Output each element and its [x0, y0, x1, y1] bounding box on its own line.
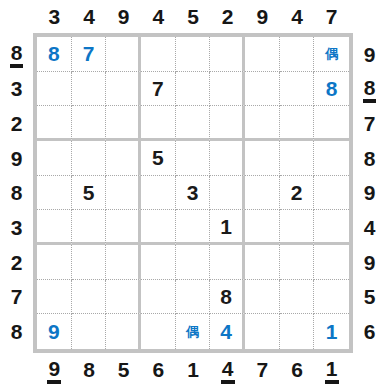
corner-top-left [0, 0, 33, 33]
cell-r1c6[interactable] [210, 37, 245, 72]
cell-r2c9[interactable]: 8 [314, 72, 349, 107]
cell-r5c1[interactable] [37, 176, 72, 211]
sudoku-board: 87偶785532189偶41 [33, 33, 353, 353]
cell-r8c5[interactable] [176, 280, 211, 315]
cell-r7c5[interactable] [176, 245, 211, 280]
cell-r4c4[interactable]: 5 [141, 141, 176, 176]
cell-r6c6[interactable]: 1 [210, 210, 245, 245]
clue-value: 5 [187, 6, 199, 27]
cell-r6c9[interactable] [314, 210, 349, 245]
clue-left-4: 9 [0, 141, 33, 176]
cell-r2c6[interactable] [210, 72, 245, 107]
cell-r9c4[interactable] [141, 314, 176, 349]
cell-r9c9[interactable]: 1 [314, 314, 349, 349]
cell-r3c1[interactable] [37, 106, 72, 141]
clue-value: 2 [11, 113, 23, 134]
corner-bottom-left [0, 353, 33, 386]
cell-r9c8[interactable] [280, 314, 315, 349]
clue-top-3: 9 [106, 0, 141, 33]
clue-left-1: 8 [0, 37, 33, 72]
cell-r8c2[interactable] [72, 280, 107, 315]
cell-r6c1[interactable] [37, 210, 72, 245]
cell-r4c7[interactable] [245, 141, 280, 176]
cell-r9c7[interactable] [245, 314, 280, 349]
clue-right-1: 9 [353, 37, 386, 72]
clue-bottom-9: 1 [314, 353, 349, 386]
clue-bottom-1: 9 [37, 353, 72, 386]
cell-r8c7[interactable] [245, 280, 280, 315]
clue-right-3: 7 [353, 106, 386, 141]
cell-r9c2[interactable] [72, 314, 107, 349]
cell-r1c3[interactable] [106, 37, 141, 72]
clue-value: 9 [364, 252, 376, 273]
cell-r3c2[interactable] [72, 106, 107, 141]
clue-bottom-3: 5 [106, 353, 141, 386]
cell-r1c8[interactable] [280, 37, 315, 72]
clue-top-9: 7 [314, 0, 349, 33]
cell-r3c7[interactable] [245, 106, 280, 141]
clue-value: 7 [364, 113, 376, 134]
clue-value: 6 [152, 359, 164, 380]
clue-value: 8 [363, 77, 377, 101]
clue-value: 4 [152, 6, 164, 27]
clue-bottom-4: 6 [141, 353, 176, 386]
clue-top-8: 4 [280, 0, 315, 33]
cell-r9c3[interactable] [106, 314, 141, 349]
clue-value: 4 [83, 6, 95, 27]
cell-r5c3[interactable] [106, 176, 141, 211]
clue-value: 6 [291, 359, 303, 380]
clue-value: 9 [256, 6, 268, 27]
cell-r3c3[interactable] [106, 106, 141, 141]
cell-r7c7[interactable] [245, 245, 280, 280]
sudoku-puzzle: 349452947 832983278 87偶785532189偶41 9878… [0, 0, 386, 386]
cell-r1c4[interactable] [141, 37, 176, 72]
cell-r2c8[interactable] [280, 72, 315, 107]
cell-r2c3[interactable] [106, 72, 141, 107]
cell-r3c9[interactable] [314, 106, 349, 141]
clue-right-2: 8 [353, 72, 386, 107]
cell-r1c5[interactable] [176, 37, 211, 72]
cell-r3c4[interactable] [141, 106, 176, 141]
cell-r5c4[interactable] [141, 176, 176, 211]
cell-r2c1[interactable] [37, 72, 72, 107]
clue-value: 8 [364, 148, 376, 169]
clue-bottom-5: 1 [176, 353, 211, 386]
cell-r7c2[interactable] [72, 245, 107, 280]
clue-value: 9 [118, 6, 130, 27]
clue-left-8: 7 [0, 280, 33, 315]
clue-value: 9 [364, 44, 376, 65]
cell-r2c7[interactable] [245, 72, 280, 107]
cell-r5c8[interactable]: 2 [280, 176, 315, 211]
clue-value: 5 [364, 286, 376, 307]
clue-left-2: 3 [0, 72, 33, 107]
clue-right-8: 5 [353, 280, 386, 315]
clue-value: 8 [83, 359, 95, 380]
clue-bottom-8: 6 [280, 353, 315, 386]
clue-right-9: 6 [353, 314, 386, 349]
cell-r4c1[interactable] [37, 141, 72, 176]
cell-r4c3[interactable] [106, 141, 141, 176]
clue-right-5: 9 [353, 176, 386, 211]
clue-bottom-6: 4 [210, 353, 245, 386]
clue-value: 4 [364, 217, 376, 238]
bottom-clues: 985614761 [33, 353, 353, 386]
cell-r5c5[interactable]: 3 [176, 176, 211, 211]
clue-value: 7 [326, 6, 338, 27]
cell-r2c5[interactable] [176, 72, 211, 107]
cell-r1c7[interactable] [245, 37, 280, 72]
cell-r6c8[interactable] [280, 210, 315, 245]
clue-value: 3 [11, 217, 23, 238]
cell-r4c6[interactable] [210, 141, 245, 176]
cell-r2c2[interactable] [72, 72, 107, 107]
clue-left-3: 2 [0, 106, 33, 141]
cell-r6c2[interactable] [72, 210, 107, 245]
cell-r4c5[interactable] [176, 141, 211, 176]
cell-r1c9[interactable]: 偶 [314, 37, 349, 72]
clue-top-4: 4 [141, 0, 176, 33]
clue-right-4: 8 [353, 141, 386, 176]
clue-left-6: 3 [0, 210, 33, 245]
clue-value: 1 [187, 359, 199, 380]
cell-r7c8[interactable] [280, 245, 315, 280]
clue-top-1: 3 [37, 0, 72, 33]
clue-value: 9 [364, 182, 376, 203]
corner-top-right [353, 0, 386, 33]
cell-r3c6[interactable] [210, 106, 245, 141]
cell-r1c2[interactable]: 7 [72, 37, 107, 72]
cell-r8c6[interactable]: 8 [210, 280, 245, 315]
clue-left-9: 8 [0, 314, 33, 349]
cell-r6c7[interactable] [245, 210, 280, 245]
cell-r9c6[interactable]: 4 [210, 314, 245, 349]
cell-r6c4[interactable] [141, 210, 176, 245]
cell-r9c5[interactable]: 偶 [176, 314, 211, 349]
cell-r2c4[interactable]: 7 [141, 72, 176, 107]
cell-r8c3[interactable] [106, 280, 141, 315]
clue-value: 1 [325, 358, 339, 382]
clue-value: 6 [364, 321, 376, 342]
clue-top-6: 2 [210, 0, 245, 33]
cell-r3c8[interactable] [280, 106, 315, 141]
clue-value: 5 [118, 359, 130, 380]
clue-top-5: 5 [176, 0, 211, 33]
clue-top-7: 9 [245, 0, 280, 33]
clue-value: 8 [11, 321, 23, 342]
clue-top-2: 4 [72, 0, 107, 33]
cell-r1c1[interactable]: 8 [37, 37, 72, 72]
clue-value: 7 [11, 286, 23, 307]
cell-r8c8[interactable] [280, 280, 315, 315]
cell-r4c9[interactable] [314, 141, 349, 176]
cell-r8c4[interactable] [141, 280, 176, 315]
clue-right-7: 9 [353, 245, 386, 280]
cell-r8c1[interactable] [37, 280, 72, 315]
top-clues: 349452947 [33, 0, 353, 33]
cell-r6c5[interactable] [176, 210, 211, 245]
corner-bottom-right [353, 353, 386, 386]
cell-r9c1[interactable]: 9 [37, 314, 72, 349]
cell-r4c8[interactable] [280, 141, 315, 176]
left-clues: 832983278 [0, 33, 33, 353]
clue-value: 4 [291, 6, 303, 27]
clue-left-5: 8 [0, 176, 33, 211]
clue-value: 7 [256, 359, 268, 380]
right-clues: 987894956 [353, 33, 386, 353]
cell-r4c2[interactable] [72, 141, 107, 176]
clue-bottom-7: 7 [245, 353, 280, 386]
cell-r5c7[interactable] [245, 176, 280, 211]
cell-r5c2[interactable]: 5 [72, 176, 107, 211]
cell-r7c6[interactable] [210, 245, 245, 280]
clue-value: 8 [11, 182, 23, 203]
clue-value: 9 [11, 148, 23, 169]
clue-left-7: 2 [0, 245, 33, 280]
clue-bottom-2: 8 [72, 353, 107, 386]
cell-r7c4[interactable] [141, 245, 176, 280]
cell-r7c3[interactable] [106, 245, 141, 280]
cell-r3c5[interactable] [176, 106, 211, 141]
clue-value: 2 [11, 252, 23, 273]
clue-right-6: 4 [353, 210, 386, 245]
cell-r5c9[interactable] [314, 176, 349, 211]
clue-value: 3 [48, 6, 60, 27]
cell-r5c6[interactable] [210, 176, 245, 211]
cell-r8c9[interactable] [314, 280, 349, 315]
clue-value: 9 [47, 358, 61, 382]
clue-value: 8 [10, 42, 24, 66]
clue-value: 3 [11, 78, 23, 99]
cell-r6c3[interactable] [106, 210, 141, 245]
clue-value: 4 [221, 358, 235, 382]
cell-r7c9[interactable] [314, 245, 349, 280]
clue-value: 2 [222, 6, 234, 27]
cell-r7c1[interactable] [37, 245, 72, 280]
